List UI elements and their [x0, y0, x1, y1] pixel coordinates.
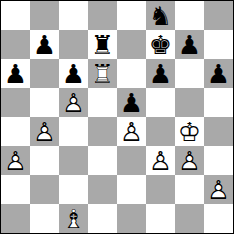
square-h8[interactable] — [204, 1, 233, 30]
white-piece-outline: ♙ — [204, 175, 233, 204]
square-c5[interactable]: ♟♙ — [59, 88, 88, 117]
black-pawn: ♟ — [146, 59, 175, 88]
white-pawn: ♟♙ — [30, 117, 59, 146]
square-c1[interactable]: ♝♗ — [59, 204, 88, 233]
square-c2[interactable] — [59, 175, 88, 204]
black-piece-glyph: ♟ — [59, 59, 88, 88]
square-b3[interactable] — [30, 146, 59, 175]
square-g3[interactable]: ♟♙ — [175, 146, 204, 175]
square-a6[interactable]: ♟ — [1, 59, 30, 88]
white-piece-outline: ♙ — [59, 88, 88, 117]
square-g5[interactable] — [175, 88, 204, 117]
white-piece-outline: ♗ — [59, 204, 88, 233]
square-f8[interactable]: ♞ — [146, 1, 175, 30]
white-pawn: ♟♙ — [59, 88, 88, 117]
white-pawn: ♟♙ — [204, 175, 233, 204]
chess-board: ♞♟♜♚♟♟♟♜♖♟♟♟♙♟♟♙♟♙♚♔♟♙♟♙♟♙♟♙♝♗ — [0, 0, 234, 234]
square-b5[interactable] — [30, 88, 59, 117]
square-e4[interactable]: ♟♙ — [117, 117, 146, 146]
square-f7[interactable]: ♚ — [146, 30, 175, 59]
black-piece-glyph: ♟ — [175, 30, 204, 59]
square-g8[interactable] — [175, 1, 204, 30]
square-f2[interactable] — [146, 175, 175, 204]
square-f4[interactable] — [146, 117, 175, 146]
square-b1[interactable] — [30, 204, 59, 233]
square-c3[interactable] — [59, 146, 88, 175]
square-g7[interactable]: ♟ — [175, 30, 204, 59]
square-a2[interactable] — [1, 175, 30, 204]
square-a3[interactable]: ♟♙ — [1, 146, 30, 175]
black-pawn: ♟ — [117, 88, 146, 117]
white-piece-outline: ♖ — [88, 59, 117, 88]
square-c8[interactable] — [59, 1, 88, 30]
white-piece-outline: ♔ — [175, 117, 204, 146]
square-b6[interactable] — [30, 59, 59, 88]
square-h5[interactable] — [204, 88, 233, 117]
square-d5[interactable] — [88, 88, 117, 117]
square-h7[interactable] — [204, 30, 233, 59]
white-bishop: ♝♗ — [59, 204, 88, 233]
square-a8[interactable] — [1, 1, 30, 30]
square-h1[interactable] — [204, 204, 233, 233]
square-d1[interactable] — [88, 204, 117, 233]
square-d3[interactable] — [88, 146, 117, 175]
square-e6[interactable] — [117, 59, 146, 88]
square-b2[interactable] — [30, 175, 59, 204]
square-d7[interactable]: ♜ — [88, 30, 117, 59]
square-a1[interactable] — [1, 204, 30, 233]
square-h2[interactable]: ♟♙ — [204, 175, 233, 204]
square-d4[interactable] — [88, 117, 117, 146]
white-piece-outline: ♙ — [1, 146, 30, 175]
square-d8[interactable] — [88, 1, 117, 30]
square-b8[interactable] — [30, 1, 59, 30]
white-piece-outline: ♙ — [30, 117, 59, 146]
square-g1[interactable] — [175, 204, 204, 233]
square-e1[interactable] — [117, 204, 146, 233]
white-pawn: ♟♙ — [1, 146, 30, 175]
square-f1[interactable] — [146, 204, 175, 233]
square-h4[interactable] — [204, 117, 233, 146]
square-e5[interactable]: ♟ — [117, 88, 146, 117]
square-h6[interactable]: ♟ — [204, 59, 233, 88]
black-piece-glyph: ♟ — [204, 59, 233, 88]
black-piece-glyph: ♟ — [117, 88, 146, 117]
square-d2[interactable] — [88, 175, 117, 204]
black-pawn: ♟ — [204, 59, 233, 88]
white-king: ♚♔ — [175, 117, 204, 146]
black-rook: ♜ — [88, 30, 117, 59]
black-piece-glyph: ♟ — [1, 59, 30, 88]
white-rook: ♜♖ — [88, 59, 117, 88]
square-a5[interactable] — [1, 88, 30, 117]
black-pawn: ♟ — [175, 30, 204, 59]
square-b4[interactable]: ♟♙ — [30, 117, 59, 146]
square-c7[interactable] — [59, 30, 88, 59]
white-pawn: ♟♙ — [117, 117, 146, 146]
white-pawn: ♟♙ — [146, 146, 175, 175]
square-c6[interactable]: ♟ — [59, 59, 88, 88]
square-f3[interactable]: ♟♙ — [146, 146, 175, 175]
black-king: ♚ — [146, 30, 175, 59]
white-piece-outline: ♙ — [117, 117, 146, 146]
white-pawn: ♟♙ — [175, 146, 204, 175]
black-pawn: ♟ — [59, 59, 88, 88]
square-e8[interactable] — [117, 1, 146, 30]
square-d6[interactable]: ♜♖ — [88, 59, 117, 88]
square-h3[interactable] — [204, 146, 233, 175]
square-g2[interactable] — [175, 175, 204, 204]
black-piece-glyph: ♟ — [30, 30, 59, 59]
white-piece-outline: ♙ — [175, 146, 204, 175]
square-e3[interactable] — [117, 146, 146, 175]
black-piece-glyph: ♜ — [88, 30, 117, 59]
black-pawn: ♟ — [30, 30, 59, 59]
square-e2[interactable] — [117, 175, 146, 204]
black-piece-glyph: ♞ — [146, 1, 175, 30]
square-b7[interactable]: ♟ — [30, 30, 59, 59]
black-pawn: ♟ — [1, 59, 30, 88]
square-f5[interactable] — [146, 88, 175, 117]
white-piece-outline: ♙ — [146, 146, 175, 175]
black-knight: ♞ — [146, 1, 175, 30]
square-a7[interactable] — [1, 30, 30, 59]
black-piece-glyph: ♚ — [146, 30, 175, 59]
square-f6[interactable]: ♟ — [146, 59, 175, 88]
square-g6[interactable] — [175, 59, 204, 88]
square-a4[interactable] — [1, 117, 30, 146]
square-e7[interactable] — [117, 30, 146, 59]
square-c4[interactable] — [59, 117, 88, 146]
square-g4[interactable]: ♚♔ — [175, 117, 204, 146]
black-piece-glyph: ♟ — [146, 59, 175, 88]
